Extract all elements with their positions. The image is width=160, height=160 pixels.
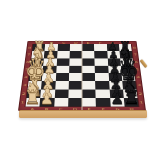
board-square: [69, 66, 82, 74]
board-square: [69, 73, 82, 81]
board-square: [107, 51, 120, 58]
board-square: [56, 58, 69, 65]
board-square: [40, 89, 54, 97]
board-square: [32, 44, 45, 51]
board-square: [109, 81, 123, 89]
coordinate-label: 6: [133, 58, 140, 65]
coordinate-label: C: [58, 41, 70, 44]
board-square: [121, 73, 135, 81]
coordinate-label: B: [45, 41, 57, 44]
board-square: [121, 66, 135, 74]
coordinate-label: 4: [22, 73, 30, 81]
chess-set-product-photo: ABCDEFGH ABCDEFGH 87654321 87654321 ♜♟♟♜…: [0, 0, 160, 160]
coordinate-label: 3: [21, 81, 29, 89]
board-square: [94, 51, 107, 58]
folding-chessboard: ABCDEFGH ABCDEFGH 87654321 87654321: [18, 41, 146, 111]
board-square: [120, 58, 134, 65]
board-square: [70, 44, 82, 51]
board-square: [69, 58, 82, 65]
board-square: [44, 51, 57, 58]
coordinate-label: 5: [133, 66, 140, 74]
coordinate-label: 3: [135, 81, 143, 89]
coordinate-label: 5: [23, 66, 30, 74]
board-square: [27, 89, 42, 97]
board-square: [55, 81, 69, 89]
board-square: [110, 98, 125, 107]
board-square: [68, 81, 82, 89]
board-square: [30, 66, 44, 74]
board-square: [68, 89, 82, 97]
coordinate-label: 7: [25, 51, 32, 58]
coordinate-label: G: [106, 41, 118, 44]
board-square: [82, 81, 96, 89]
board-square: [96, 98, 110, 107]
board-square: [55, 73, 69, 81]
coordinate-label: 6: [24, 58, 31, 65]
board-square: [82, 44, 94, 51]
board-hinge-seam: [81, 41, 83, 111]
board-square: [54, 98, 68, 107]
coordinate-label: 2: [136, 89, 144, 97]
board-square: [119, 51, 132, 58]
board-square: [96, 89, 110, 97]
board-square: [57, 51, 70, 58]
board-square: [43, 66, 57, 74]
board-square: [95, 81, 109, 89]
board-square: [95, 58, 108, 65]
coordinate-label: 2: [20, 89, 28, 97]
coordinate-label: 7: [132, 51, 139, 58]
board-square: [41, 81, 55, 89]
board-square: [95, 66, 108, 74]
board-square: [95, 73, 109, 81]
board-square: [29, 73, 43, 81]
board-square: [82, 89, 96, 97]
board-square: [82, 51, 95, 58]
board-square: [119, 44, 132, 51]
coordinate-label: 1: [137, 98, 145, 107]
board-square: [107, 58, 120, 65]
coordinate-label: A: [33, 41, 45, 44]
board-square: [82, 66, 95, 74]
brass-clasp: [139, 59, 147, 68]
coordinate-label: 8: [131, 44, 138, 51]
board-square: [123, 89, 138, 97]
board-square: [94, 44, 107, 51]
board-square: [124, 98, 139, 107]
board-square: [54, 89, 68, 97]
board-square: [45, 44, 58, 51]
board-square: [56, 66, 69, 74]
board-square: [82, 73, 95, 81]
board-square: [82, 58, 95, 65]
board-square: [26, 98, 41, 107]
coordinate-label: 4: [134, 73, 142, 81]
board-square: [57, 44, 70, 51]
coordinate-label: E: [82, 41, 94, 44]
board-square: [43, 58, 56, 65]
board-square: [108, 73, 122, 81]
coordinate-label: 8: [26, 44, 33, 51]
board-square: [69, 51, 82, 58]
coordinate-label: 1: [19, 98, 27, 107]
board-square: [106, 44, 119, 51]
board-square: [40, 98, 55, 107]
board-wooden-side-edge: [19, 110, 147, 118]
board-square: [28, 81, 42, 89]
coordinate-label: F: [94, 41, 106, 44]
board-square: [108, 66, 122, 74]
board-square: [31, 58, 45, 65]
board-square: [42, 73, 56, 81]
board-square: [122, 81, 136, 89]
board-square: [31, 51, 44, 58]
board-square: [109, 89, 123, 97]
board-square: [68, 98, 82, 107]
coordinate-label: H: [118, 41, 130, 44]
board-square: [82, 98, 96, 107]
